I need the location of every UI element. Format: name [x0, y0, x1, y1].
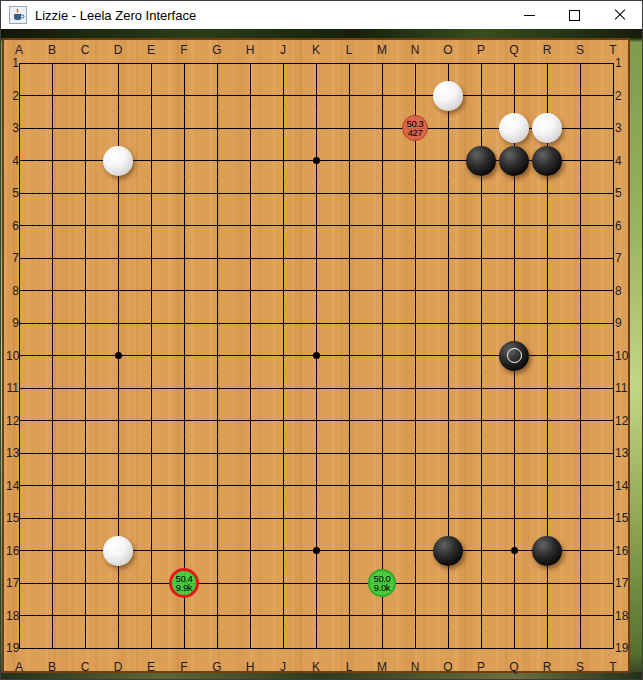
board-intersection-J5[interactable]: [267, 177, 300, 210]
board-intersection-B9[interactable]: [36, 307, 69, 340]
board-intersection-Q12[interactable]: [498, 404, 531, 437]
board-intersection-P17[interactable]: [465, 567, 498, 600]
board-intersection-H14[interactable]: [234, 469, 267, 502]
board-intersection-R11[interactable]: [531, 372, 564, 405]
board-intersection-G11[interactable]: [201, 372, 234, 405]
board-intersection-L16[interactable]: [333, 534, 366, 567]
board-intersection-O2[interactable]: [432, 79, 465, 112]
board-intersection-C18[interactable]: [69, 599, 102, 632]
board-intersection-Q2[interactable]: [498, 79, 531, 112]
board-intersection-E9[interactable]: [135, 307, 168, 340]
board-intersection-G12[interactable]: [201, 404, 234, 437]
board-intersection-M5[interactable]: [366, 177, 399, 210]
board-intersection-S13[interactable]: [564, 437, 597, 470]
board-intersection-M16[interactable]: [366, 534, 399, 567]
board-intersection-H6[interactable]: [234, 209, 267, 242]
board-intersection-Q18[interactable]: [498, 599, 531, 632]
board-intersection-B8[interactable]: [36, 274, 69, 307]
board-intersection-H4[interactable]: [234, 144, 267, 177]
board-intersection-G10[interactable]: [201, 339, 234, 372]
board-intersection-Q6[interactable]: [498, 209, 531, 242]
board-intersection-D10[interactable]: [102, 339, 135, 372]
board-intersection-O3[interactable]: [432, 112, 465, 145]
board-intersection-C9[interactable]: [69, 307, 102, 340]
board-intersection-J8[interactable]: [267, 274, 300, 307]
board-intersection-K2[interactable]: [300, 79, 333, 112]
board-intersection-D2[interactable]: [102, 79, 135, 112]
board-intersection-C3[interactable]: [69, 112, 102, 145]
board-intersection-B15[interactable]: [36, 502, 69, 535]
board-intersection-L12[interactable]: [333, 404, 366, 437]
board-intersection-L8[interactable]: [333, 274, 366, 307]
board-intersection-E18[interactable]: [135, 599, 168, 632]
board-intersection-D3[interactable]: [102, 112, 135, 145]
board-intersection-D5[interactable]: [102, 177, 135, 210]
board-intersection-F7[interactable]: [168, 242, 201, 275]
board-intersection-G13[interactable]: [201, 437, 234, 470]
board-intersection-N13[interactable]: [399, 437, 432, 470]
board-intersection-K15[interactable]: [300, 502, 333, 535]
board-intersection-D12[interactable]: [102, 404, 135, 437]
analysis-suggestion-M17[interactable]: 50.09.0k: [368, 569, 396, 597]
board-intersection-H18[interactable]: [234, 599, 267, 632]
board-intersection-L14[interactable]: [333, 469, 366, 502]
board-intersection-P13[interactable]: [465, 437, 498, 470]
board-intersection-F8[interactable]: [168, 274, 201, 307]
board-intersection-M4[interactable]: [366, 144, 399, 177]
board-intersection-E8[interactable]: [135, 274, 168, 307]
board-intersection-P10[interactable]: [465, 339, 498, 372]
board-intersection-S18[interactable]: [564, 599, 597, 632]
board-intersection-F15[interactable]: [168, 502, 201, 535]
board-intersection-B2[interactable]: [36, 79, 69, 112]
board-intersection-S16[interactable]: [564, 534, 597, 567]
board-intersection-P15[interactable]: [465, 502, 498, 535]
board-intersection-O4[interactable]: [432, 144, 465, 177]
board-intersection-N8[interactable]: [399, 274, 432, 307]
board-intersection-R8[interactable]: [531, 274, 564, 307]
board-intersection-J18[interactable]: [267, 599, 300, 632]
board-intersection-P8[interactable]: [465, 274, 498, 307]
board-intersection-C5[interactable]: [69, 177, 102, 210]
board-intersection-H10[interactable]: [234, 339, 267, 372]
board-intersection-M13[interactable]: [366, 437, 399, 470]
board-intersection-O14[interactable]: [432, 469, 465, 502]
board-intersection-O15[interactable]: [432, 502, 465, 535]
board-intersection-K18[interactable]: [300, 599, 333, 632]
board-intersection-L5[interactable]: [333, 177, 366, 210]
board-intersection-H3[interactable]: [234, 112, 267, 145]
board-intersection-N16[interactable]: [399, 534, 432, 567]
board-intersection-H11[interactable]: [234, 372, 267, 405]
board-intersection-N6[interactable]: [399, 209, 432, 242]
board-intersection-R12[interactable]: [531, 404, 564, 437]
board-intersection-J3[interactable]: [267, 112, 300, 145]
board-intersection-G3[interactable]: [201, 112, 234, 145]
board-intersection-C7[interactable]: [69, 242, 102, 275]
board-intersection-F4[interactable]: [168, 144, 201, 177]
board-intersection-J2[interactable]: [267, 79, 300, 112]
board-intersection-F16[interactable]: [168, 534, 201, 567]
board-intersection-G2[interactable]: [201, 79, 234, 112]
board-intersection-M15[interactable]: [366, 502, 399, 535]
board-intersection-E13[interactable]: [135, 437, 168, 470]
board-intersection-Q4[interactable]: [498, 144, 531, 177]
board-intersection-P4[interactable]: [465, 144, 498, 177]
board-intersection-F14[interactable]: [168, 469, 201, 502]
board-intersection-O11[interactable]: [432, 372, 465, 405]
board-intersection-S17[interactable]: [564, 567, 597, 600]
board-intersection-B5[interactable]: [36, 177, 69, 210]
board-intersection-K7[interactable]: [300, 242, 333, 275]
board-intersection-L6[interactable]: [333, 209, 366, 242]
board-intersection-Q7[interactable]: [498, 242, 531, 275]
board-intersection-J7[interactable]: [267, 242, 300, 275]
board-intersection-D18[interactable]: [102, 599, 135, 632]
board-intersection-G5[interactable]: [201, 177, 234, 210]
board-intersection-Q14[interactable]: [498, 469, 531, 502]
board-intersection-F6[interactable]: [168, 209, 201, 242]
board-intersection-O7[interactable]: [432, 242, 465, 275]
board-intersection-D14[interactable]: [102, 469, 135, 502]
board-intersection-E10[interactable]: [135, 339, 168, 372]
board-intersection-D11[interactable]: [102, 372, 135, 405]
board-intersection-C15[interactable]: [69, 502, 102, 535]
board-intersection-O16[interactable]: [432, 534, 465, 567]
board-intersection-S15[interactable]: [564, 502, 597, 535]
board-intersection-Q5[interactable]: [498, 177, 531, 210]
board-intersection-N11[interactable]: [399, 372, 432, 405]
board-intersection-F2[interactable]: [168, 79, 201, 112]
board-intersection-Q8[interactable]: [498, 274, 531, 307]
white-stone-O2: [433, 81, 463, 111]
board-intersection-C11[interactable]: [69, 372, 102, 405]
board-intersection-B10[interactable]: [36, 339, 69, 372]
board-intersection-P11[interactable]: [465, 372, 498, 405]
board-intersection-F5[interactable]: [168, 177, 201, 210]
board-intersection-F12[interactable]: [168, 404, 201, 437]
board-intersection-E5[interactable]: [135, 177, 168, 210]
board-intersection-M8[interactable]: [366, 274, 399, 307]
board-intersection-M3[interactable]: [366, 112, 399, 145]
board-intersection-B13[interactable]: [36, 437, 69, 470]
board-intersection-C12[interactable]: [69, 404, 102, 437]
board-intersection-Q13[interactable]: [498, 437, 531, 470]
board-intersection-N14[interactable]: [399, 469, 432, 502]
board-intersection-J16[interactable]: [267, 534, 300, 567]
board-intersection-B14[interactable]: [36, 469, 69, 502]
board-intersection-O10[interactable]: [432, 339, 465, 372]
board-intersection-S6[interactable]: [564, 209, 597, 242]
board-intersection-P9[interactable]: [465, 307, 498, 340]
board-intersection-D15[interactable]: [102, 502, 135, 535]
board-intersection-J14[interactable]: [267, 469, 300, 502]
board-intersection-L2[interactable]: [333, 79, 366, 112]
board-intersection-Q10[interactable]: [498, 339, 531, 372]
board-intersection-M9[interactable]: [366, 307, 399, 340]
board-intersection-E3[interactable]: [135, 112, 168, 145]
board-intersection-N12[interactable]: [399, 404, 432, 437]
board-intersection-K17[interactable]: [300, 567, 333, 600]
board-intersection-R9[interactable]: [531, 307, 564, 340]
board-intersection-C6[interactable]: [69, 209, 102, 242]
board-intersection-P7[interactable]: [465, 242, 498, 275]
board-intersection-F13[interactable]: [168, 437, 201, 470]
board-intersection-K9[interactable]: [300, 307, 333, 340]
board-intersection-G9[interactable]: [201, 307, 234, 340]
board-intersection-J9[interactable]: [267, 307, 300, 340]
board-intersection-F17[interactable]: 50.49.9k: [168, 567, 201, 600]
board-intersection-K12[interactable]: [300, 404, 333, 437]
board-intersection-O5[interactable]: [432, 177, 465, 210]
board-intersection-C10[interactable]: [69, 339, 102, 372]
board-intersection-G6[interactable]: [201, 209, 234, 242]
board-intersection-D8[interactable]: [102, 274, 135, 307]
board-intersection-E17[interactable]: [135, 567, 168, 600]
board-intersection-R10[interactable]: [531, 339, 564, 372]
board-intersection-R2[interactable]: [531, 79, 564, 112]
board-intersection-M11[interactable]: [366, 372, 399, 405]
board-intersection-N9[interactable]: [399, 307, 432, 340]
board-intersection-R6[interactable]: [531, 209, 564, 242]
analysis-suggestion-F17[interactable]: 50.49.9k: [169, 568, 199, 598]
board-intersection-K5[interactable]: [300, 177, 333, 210]
title-bar[interactable]: Lizzie - Leela Zero Interface: [1, 1, 642, 29]
board-intersection-G7[interactable]: [201, 242, 234, 275]
board-intersection-R14[interactable]: [531, 469, 564, 502]
board-intersection-K16[interactable]: [300, 534, 333, 567]
board-intersection-J12[interactable]: [267, 404, 300, 437]
board-intersection-G14[interactable]: [201, 469, 234, 502]
board-intersection-J10[interactable]: [267, 339, 300, 372]
board-intersection-Q9[interactable]: [498, 307, 531, 340]
board-intersection-O6[interactable]: [432, 209, 465, 242]
board-intersection-C4[interactable]: [69, 144, 102, 177]
board-intersection-G8[interactable]: [201, 274, 234, 307]
board-intersection-P5[interactable]: [465, 177, 498, 210]
board-intersection-L15[interactable]: [333, 502, 366, 535]
board-intersection-C13[interactable]: [69, 437, 102, 470]
board-intersection-M12[interactable]: [366, 404, 399, 437]
board-intersection-G17[interactable]: [201, 567, 234, 600]
board-intersection-R17[interactable]: [531, 567, 564, 600]
row-label-right: 11: [615, 381, 631, 395]
board-intersection-M14[interactable]: [366, 469, 399, 502]
board-intersection-P16[interactable]: [465, 534, 498, 567]
board-intersection-N5[interactable]: [399, 177, 432, 210]
board-intersection-E7[interactable]: [135, 242, 168, 275]
board-intersection-J17[interactable]: [267, 567, 300, 600]
board-intersection-C14[interactable]: [69, 469, 102, 502]
board-intersection-L11[interactable]: [333, 372, 366, 405]
board-intersection-B7[interactable]: [36, 242, 69, 275]
board-intersection-C8[interactable]: [69, 274, 102, 307]
minimize-button[interactable]: [507, 1, 552, 29]
board-intersection-K14[interactable]: [300, 469, 333, 502]
board-intersection-M10[interactable]: [366, 339, 399, 372]
board-intersection-H7[interactable]: [234, 242, 267, 275]
board-intersection-D4[interactable]: [102, 144, 135, 177]
board-intersection-O8[interactable]: [432, 274, 465, 307]
board-intersection-H16[interactable]: [234, 534, 267, 567]
board-intersection-H15[interactable]: [234, 502, 267, 535]
board-intersection-F18[interactable]: [168, 599, 201, 632]
board-intersection-O17[interactable]: [432, 567, 465, 600]
board-intersection-S11[interactable]: [564, 372, 597, 405]
board-intersection-C16[interactable]: [69, 534, 102, 567]
board-intersection-B16[interactable]: [36, 534, 69, 567]
board-intersection-G4[interactable]: [201, 144, 234, 177]
board-intersection-B12[interactable]: [36, 404, 69, 437]
board-intersection-M7[interactable]: [366, 242, 399, 275]
board-intersection-S12[interactable]: [564, 404, 597, 437]
board-intersection-K6[interactable]: [300, 209, 333, 242]
board-intersection-D17[interactable]: [102, 567, 135, 600]
board-intersection-G18[interactable]: [201, 599, 234, 632]
board-intersection-M18[interactable]: [366, 599, 399, 632]
board-intersection-Q11[interactable]: [498, 372, 531, 405]
go-board[interactable]: 50.342750.49.9k50.09.0k AABBCCDDEEFFGGHH…: [2, 38, 630, 673]
board-intersection-G15[interactable]: [201, 502, 234, 535]
board-intersection-F11[interactable]: [168, 372, 201, 405]
board-intersection-N15[interactable]: [399, 502, 432, 535]
board-intersection-S14[interactable]: [564, 469, 597, 502]
board-intersection-K13[interactable]: [300, 437, 333, 470]
board-intersection-K3[interactable]: [300, 112, 333, 145]
board-intersection-M2[interactable]: [366, 79, 399, 112]
board-intersection-C17[interactable]: [69, 567, 102, 600]
analysis-suggestion-N3[interactable]: 50.3427: [402, 115, 428, 141]
board-intersection-R15[interactable]: [531, 502, 564, 535]
board-intersection-N4[interactable]: [399, 144, 432, 177]
board-intersection-N3[interactable]: 50.3427: [399, 112, 432, 145]
board-intersection-H12[interactable]: [234, 404, 267, 437]
board-intersection-D7[interactable]: [102, 242, 135, 275]
board-intersection-K4[interactable]: [300, 144, 333, 177]
board-intersection-S10[interactable]: [564, 339, 597, 372]
board-intersection-B3[interactable]: [36, 112, 69, 145]
board-intersection-S7[interactable]: [564, 242, 597, 275]
board-intersection-D16[interactable]: [102, 534, 135, 567]
board-intersection-J6[interactable]: [267, 209, 300, 242]
board-intersection-G16[interactable]: [201, 534, 234, 567]
board-intersection-E12[interactable]: [135, 404, 168, 437]
board-intersection-M17[interactable]: 50.09.0k: [366, 567, 399, 600]
board-intersection-Q17[interactable]: [498, 567, 531, 600]
board-intersection-J15[interactable]: [267, 502, 300, 535]
board-intersection-S4[interactable]: [564, 144, 597, 177]
board-intersection-H8[interactable]: [234, 274, 267, 307]
board-intersection-R18[interactable]: [531, 599, 564, 632]
board-intersection-N10[interactable]: [399, 339, 432, 372]
board-intersection-Q3[interactable]: [498, 112, 531, 145]
board-intersection-B18[interactable]: [36, 599, 69, 632]
board-intersection-N2[interactable]: [399, 79, 432, 112]
board-intersection-E15[interactable]: [135, 502, 168, 535]
board-intersection-J4[interactable]: [267, 144, 300, 177]
board-intersection-K11[interactable]: [300, 372, 333, 405]
board-intersection-E4[interactable]: [135, 144, 168, 177]
board-intersection-E14[interactable]: [135, 469, 168, 502]
board-intersection-Q15[interactable]: [498, 502, 531, 535]
board-intersection-H5[interactable]: [234, 177, 267, 210]
board-intersection-P6[interactable]: [465, 209, 498, 242]
board-intersection-S9[interactable]: [564, 307, 597, 340]
board-intersection-S5[interactable]: [564, 177, 597, 210]
board-intersection-D6[interactable]: [102, 209, 135, 242]
board-intersection-P14[interactable]: [465, 469, 498, 502]
board-intersection-E6[interactable]: [135, 209, 168, 242]
board-intersection-B11[interactable]: [36, 372, 69, 405]
board-intersection-M6[interactable]: [366, 209, 399, 242]
board-intersection-H17[interactable]: [234, 567, 267, 600]
board-intersection-P3[interactable]: [465, 112, 498, 145]
board-intersection-R4[interactable]: [531, 144, 564, 177]
board-intersection-P2[interactable]: [465, 79, 498, 112]
board-intersection-O13[interactable]: [432, 437, 465, 470]
board-intersection-L7[interactable]: [333, 242, 366, 275]
board-intersection-S3[interactable]: [564, 112, 597, 145]
board-intersection-H9[interactable]: [234, 307, 267, 340]
board-intersection-R3[interactable]: [531, 112, 564, 145]
board-intersection-B6[interactable]: [36, 209, 69, 242]
board-intersection-J13[interactable]: [267, 437, 300, 470]
board-intersection-D9[interactable]: [102, 307, 135, 340]
board-intersection-L10[interactable]: [333, 339, 366, 372]
board-intersection-E2[interactable]: [135, 79, 168, 112]
board-intersection-E11[interactable]: [135, 372, 168, 405]
board-intersection-F10[interactable]: [168, 339, 201, 372]
board-intersection-R7[interactable]: [531, 242, 564, 275]
board-intersection-F3[interactable]: [168, 112, 201, 145]
board-intersection-N18[interactable]: [399, 599, 432, 632]
board-intersection-K8[interactable]: [300, 274, 333, 307]
board-intersection-L4[interactable]: [333, 144, 366, 177]
board-intersection-D13[interactable]: [102, 437, 135, 470]
board-intersection-P12[interactable]: [465, 404, 498, 437]
board-intersection-R5[interactable]: [531, 177, 564, 210]
board-intersection-L17[interactable]: [333, 567, 366, 600]
board-intersection-O18[interactable]: [432, 599, 465, 632]
close-button[interactable]: [597, 1, 642, 29]
maximize-button[interactable]: [552, 1, 597, 29]
board-intersection-N17[interactable]: [399, 567, 432, 600]
board-intersection-L18[interactable]: [333, 599, 366, 632]
board-intersection-H2[interactable]: [234, 79, 267, 112]
board-intersection-O12[interactable]: [432, 404, 465, 437]
board-intersection-B17[interactable]: [36, 567, 69, 600]
board-intersection-O9[interactable]: [432, 307, 465, 340]
board-intersection-C2[interactable]: [69, 79, 102, 112]
board-intersection-L13[interactable]: [333, 437, 366, 470]
board-intersection-P18[interactable]: [465, 599, 498, 632]
board-intersection-S2[interactable]: [564, 79, 597, 112]
board-intersection-N7[interactable]: [399, 242, 432, 275]
board-intersection-J11[interactable]: [267, 372, 300, 405]
column-label-top: S: [572, 43, 588, 57]
board-intersection-L3[interactable]: [333, 112, 366, 145]
board-intersection-H13[interactable]: [234, 437, 267, 470]
board-intersection-F9[interactable]: [168, 307, 201, 340]
board-intersection-Q16[interactable]: [498, 534, 531, 567]
board-intersection-R13[interactable]: [531, 437, 564, 470]
board-intersection-E16[interactable]: [135, 534, 168, 567]
board-intersection-B4[interactable]: [36, 144, 69, 177]
board-intersection-R16[interactable]: [531, 534, 564, 567]
board-intersection-K10[interactable]: [300, 339, 333, 372]
board-intersection-S8[interactable]: [564, 274, 597, 307]
board-intersection-L9[interactable]: [333, 307, 366, 340]
